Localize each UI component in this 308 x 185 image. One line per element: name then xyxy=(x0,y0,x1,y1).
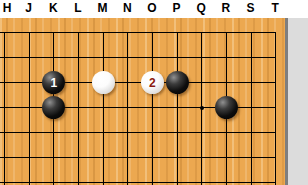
grid-line-row-14 xyxy=(0,157,276,158)
column-label-R: R xyxy=(222,0,231,18)
grid-line-row-15 xyxy=(0,132,276,133)
column-coordinates-strip: HJKLMNOPQRST xyxy=(0,0,308,18)
move-number: 1 xyxy=(50,76,57,90)
grid-line-row-19 xyxy=(0,32,276,33)
row-coordinates-strip: 19181716151413 xyxy=(288,18,308,185)
grid-line-col-O xyxy=(152,32,153,185)
move-number: 2 xyxy=(149,76,156,90)
go-diagram: HJKLMNOPQRST 12 19181716151413 xyxy=(0,0,308,185)
column-label-Q: Q xyxy=(197,0,206,18)
column-label-M: M xyxy=(98,0,108,18)
column-label-P: P xyxy=(173,0,181,18)
column-label-K: K xyxy=(49,0,58,18)
black-stone-P17[interactable] xyxy=(166,71,189,94)
grid-line-col-M xyxy=(103,32,104,185)
column-label-S: S xyxy=(246,0,254,18)
star-point-Q16 xyxy=(200,106,204,110)
white-stone-M17[interactable] xyxy=(92,71,115,94)
column-label-T: T xyxy=(271,0,278,18)
black-stone-K16[interactable] xyxy=(42,96,65,119)
grid-line-row-18 xyxy=(0,57,276,58)
grid-line-col-H xyxy=(4,32,5,185)
grid-line-col-S xyxy=(251,32,252,185)
white-stone-O17[interactable]: 2 xyxy=(141,71,164,94)
black-stone-K17[interactable]: 1 xyxy=(42,71,65,94)
grid-line-col-T xyxy=(275,32,276,185)
grid-line-row-13 xyxy=(0,182,276,183)
go-board[interactable]: 12 xyxy=(0,18,285,185)
grid-line-col-J xyxy=(29,32,30,185)
grid-line-col-P xyxy=(177,32,178,185)
column-label-O: O xyxy=(147,0,156,18)
column-label-H: H xyxy=(3,0,12,18)
column-label-L: L xyxy=(74,0,81,18)
column-label-N: N xyxy=(123,0,132,18)
grid-line-col-L xyxy=(78,32,79,185)
black-stone-R16[interactable] xyxy=(215,96,238,119)
grid-line-col-N xyxy=(127,32,128,185)
column-label-J: J xyxy=(25,0,32,18)
